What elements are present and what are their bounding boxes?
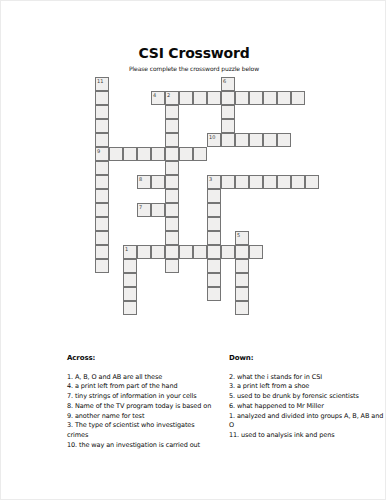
grid-cell[interactable]	[221, 105, 235, 119]
crossword-grid: 1164210983751	[95, 77, 319, 315]
grid-cell[interactable]	[151, 175, 165, 189]
across-clue: 7. tiny strings of information in your c…	[67, 392, 217, 402]
grid-cell[interactable]	[277, 133, 291, 147]
grid-cell[interactable]	[151, 203, 165, 217]
grid-cell[interactable]	[263, 175, 277, 189]
grid-cell[interactable]	[221, 245, 235, 259]
cell-number: 4	[153, 92, 156, 98]
grid-cell[interactable]	[277, 175, 291, 189]
cell-number: 2	[167, 92, 170, 98]
down-clue: 6. what happened to Mr Miller	[229, 402, 386, 412]
grid-cell[interactable]	[165, 231, 179, 245]
grid-cell[interactable]	[305, 175, 319, 189]
across-clue: 9. another name for test	[67, 412, 217, 422]
page-subtitle: Please complete the crossword puzzle bel…	[1, 65, 386, 72]
cell-number: 11	[97, 78, 103, 84]
grid-cell[interactable]	[109, 147, 123, 161]
grid-cell[interactable]	[207, 203, 221, 217]
grid-cell[interactable]	[193, 91, 207, 105]
grid-cell[interactable]	[151, 245, 165, 259]
grid-cell[interactable]	[123, 287, 137, 301]
grid-cell[interactable]	[95, 175, 109, 189]
grid-cell[interactable]	[249, 91, 263, 105]
across-clue-list: Across: 1. A, B, O and AB are all these4…	[67, 354, 217, 450]
grid-cell[interactable]	[207, 91, 221, 105]
across-clue: 3. The type of scientist who investigate…	[67, 421, 217, 440]
cell-number: 7	[139, 204, 142, 210]
cell-number: 9	[97, 148, 100, 154]
grid-cell[interactable]	[95, 245, 109, 259]
grid-cell[interactable]: 5	[235, 231, 249, 245]
grid-cell[interactable]	[165, 105, 179, 119]
grid-cell[interactable]	[95, 105, 109, 119]
grid-cell[interactable]	[221, 119, 235, 133]
grid-cell[interactable]	[165, 119, 179, 133]
grid-cell[interactable]	[207, 189, 221, 203]
grid-cell[interactable]	[165, 203, 179, 217]
across-clue: 10. the way an investigation is carried …	[67, 441, 217, 451]
down-clue: 5. used to be drunk by forensic scientis…	[229, 392, 386, 402]
grid-cell[interactable]	[207, 287, 221, 301]
grid-cell[interactable]	[95, 161, 109, 175]
grid-cell[interactable]	[249, 245, 263, 259]
grid-cell[interactable]	[179, 91, 193, 105]
grid-cell[interactable]	[165, 217, 179, 231]
grid-cell[interactable]: 11	[95, 77, 109, 91]
worksheet-page: CSI Crossword Please complete the crossw…	[0, 0, 386, 500]
grid-cell[interactable]	[95, 259, 109, 273]
grid-cell[interactable]	[95, 203, 109, 217]
cell-number: 1	[125, 246, 128, 252]
grid-cell[interactable]	[165, 259, 179, 273]
grid-cell[interactable]: 2	[165, 91, 179, 105]
grid-cell[interactable]	[235, 273, 249, 287]
grid-cell[interactable]	[207, 273, 221, 287]
page-title: CSI Crossword	[1, 45, 386, 61]
grid-cell[interactable]: 3	[207, 175, 221, 189]
grid-cell[interactable]	[151, 147, 165, 161]
grid-cell[interactable]	[221, 133, 235, 147]
cell-number: 10	[209, 134, 215, 140]
grid-cell[interactable]	[165, 245, 179, 259]
grid-cell[interactable]	[207, 217, 221, 231]
grid-cell[interactable]	[95, 91, 109, 105]
grid-cell[interactable]: 4	[151, 91, 165, 105]
grid-cell[interactable]	[123, 301, 137, 315]
grid-cell[interactable]	[123, 273, 137, 287]
grid-cell[interactable]	[235, 245, 249, 259]
grid-cell[interactable]	[165, 133, 179, 147]
grid-cell[interactable]: 7	[137, 203, 151, 217]
cell-number: 8	[139, 176, 142, 182]
grid-cell[interactable]: 1	[123, 245, 137, 259]
grid-cell[interactable]	[179, 147, 193, 161]
grid-cell[interactable]	[263, 133, 277, 147]
cell-number: 6	[223, 78, 226, 84]
grid-cell[interactable]	[95, 231, 109, 245]
grid-cell[interactable]	[179, 245, 193, 259]
grid-cell[interactable]	[165, 175, 179, 189]
down-header: Down:	[229, 354, 386, 364]
grid-cell[interactable]	[235, 133, 249, 147]
across-clue: 8. Name of the TV program today is based…	[67, 402, 217, 412]
grid-cell[interactable]	[235, 259, 249, 273]
grid-cell[interactable]	[221, 175, 235, 189]
grid-cell[interactable]: 9	[95, 147, 109, 161]
grid-cell[interactable]	[123, 147, 137, 161]
grid-cell[interactable]	[221, 91, 235, 105]
grid-cell[interactable]	[235, 91, 249, 105]
grid-cell[interactable]	[291, 175, 305, 189]
down-clue: 1. analyzed and divided into groups A, B…	[229, 412, 386, 431]
cell-number: 5	[237, 232, 240, 238]
grid-cell[interactable]	[123, 259, 137, 273]
grid-cell[interactable]: 10	[207, 133, 221, 147]
grid-cell[interactable]	[193, 245, 207, 259]
grid-cell[interactable]	[165, 161, 179, 175]
grid-cell[interactable]	[165, 189, 179, 203]
grid-cell[interactable]	[207, 259, 221, 273]
grid-cell[interactable]	[291, 91, 305, 105]
across-clue: 1. A, B, O and AB are all these	[67, 373, 217, 383]
grid-cell[interactable]: 8	[137, 175, 151, 189]
down-clue: 11. used to analysis ink and pens	[229, 431, 386, 441]
grid-cell[interactable]: 6	[221, 77, 235, 91]
grid-cell[interactable]	[95, 189, 109, 203]
grid-cell[interactable]	[235, 301, 249, 315]
cell-number: 3	[209, 176, 212, 182]
down-clue: 2. what the i stands for in CSI	[229, 373, 386, 383]
grid-cell[interactable]	[277, 91, 291, 105]
grid-cell[interactable]	[207, 231, 221, 245]
grid-cell[interactable]	[263, 91, 277, 105]
down-clue: 3. a print left from a shoe	[229, 382, 386, 392]
grid-cell[interactable]	[193, 147, 207, 161]
grid-cell[interactable]	[207, 245, 221, 259]
grid-cell[interactable]	[235, 175, 249, 189]
down-clue-list: Down: 2. what the i stands for in CSI3. …	[229, 354, 386, 441]
grid-cell[interactable]	[249, 175, 263, 189]
grid-cell[interactable]	[235, 287, 249, 301]
grid-cell[interactable]	[95, 119, 109, 133]
grid-cell[interactable]	[165, 147, 179, 161]
grid-cell[interactable]	[95, 217, 109, 231]
grid-cell[interactable]	[137, 147, 151, 161]
grid-cell[interactable]	[137, 245, 151, 259]
across-clue: 4. a print left from part of the hand	[67, 382, 217, 392]
grid-cell[interactable]	[249, 133, 263, 147]
across-header: Across:	[67, 354, 217, 364]
grid-cell[interactable]	[95, 133, 109, 147]
